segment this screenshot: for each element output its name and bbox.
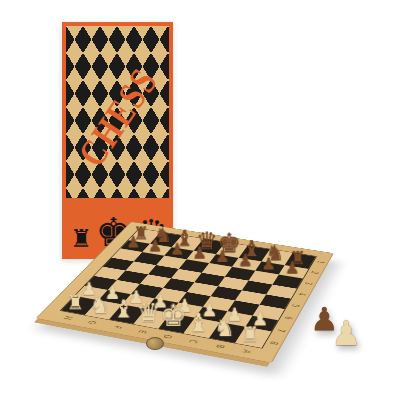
cream-bishop: ♝	[113, 297, 135, 321]
brown-pawn: ♟	[170, 241, 185, 257]
brown-pawn: ♟	[215, 249, 230, 265]
brown-pawn: ♟	[148, 238, 162, 254]
square: ♟	[232, 258, 262, 271]
cream-king: ♚	[160, 301, 187, 331]
file-label: G	[79, 315, 105, 330]
brown-pawn: ♟	[261, 256, 276, 273]
cream-knight: ♞	[213, 316, 235, 340]
brown-pawn: ♟	[284, 260, 299, 277]
brown-pawn: ♟	[126, 234, 140, 250]
board-latch-icon	[146, 337, 164, 350]
file-label: A	[233, 343, 257, 360]
cream-queen: ♛	[136, 299, 161, 327]
cream-knight: ♞	[89, 294, 110, 317]
box-title: CHESS	[69, 60, 166, 175]
cream-rook: ♜	[66, 293, 84, 313]
box-harlequin-pattern: CHESS	[66, 26, 169, 198]
brown-pawn: ♟	[238, 252, 253, 269]
spare-cream-pawn: ♟	[331, 316, 361, 350]
brown-pawn: ♟	[192, 245, 207, 261]
rook-silhouette-icon: ♜	[70, 228, 92, 251]
rank-label: 8	[259, 338, 289, 349]
file-label: H	[54, 310, 80, 325]
cream-bishop: ♝	[187, 311, 209, 336]
rank-label: 1	[307, 258, 333, 267]
cream-rook: ♜	[241, 324, 260, 345]
